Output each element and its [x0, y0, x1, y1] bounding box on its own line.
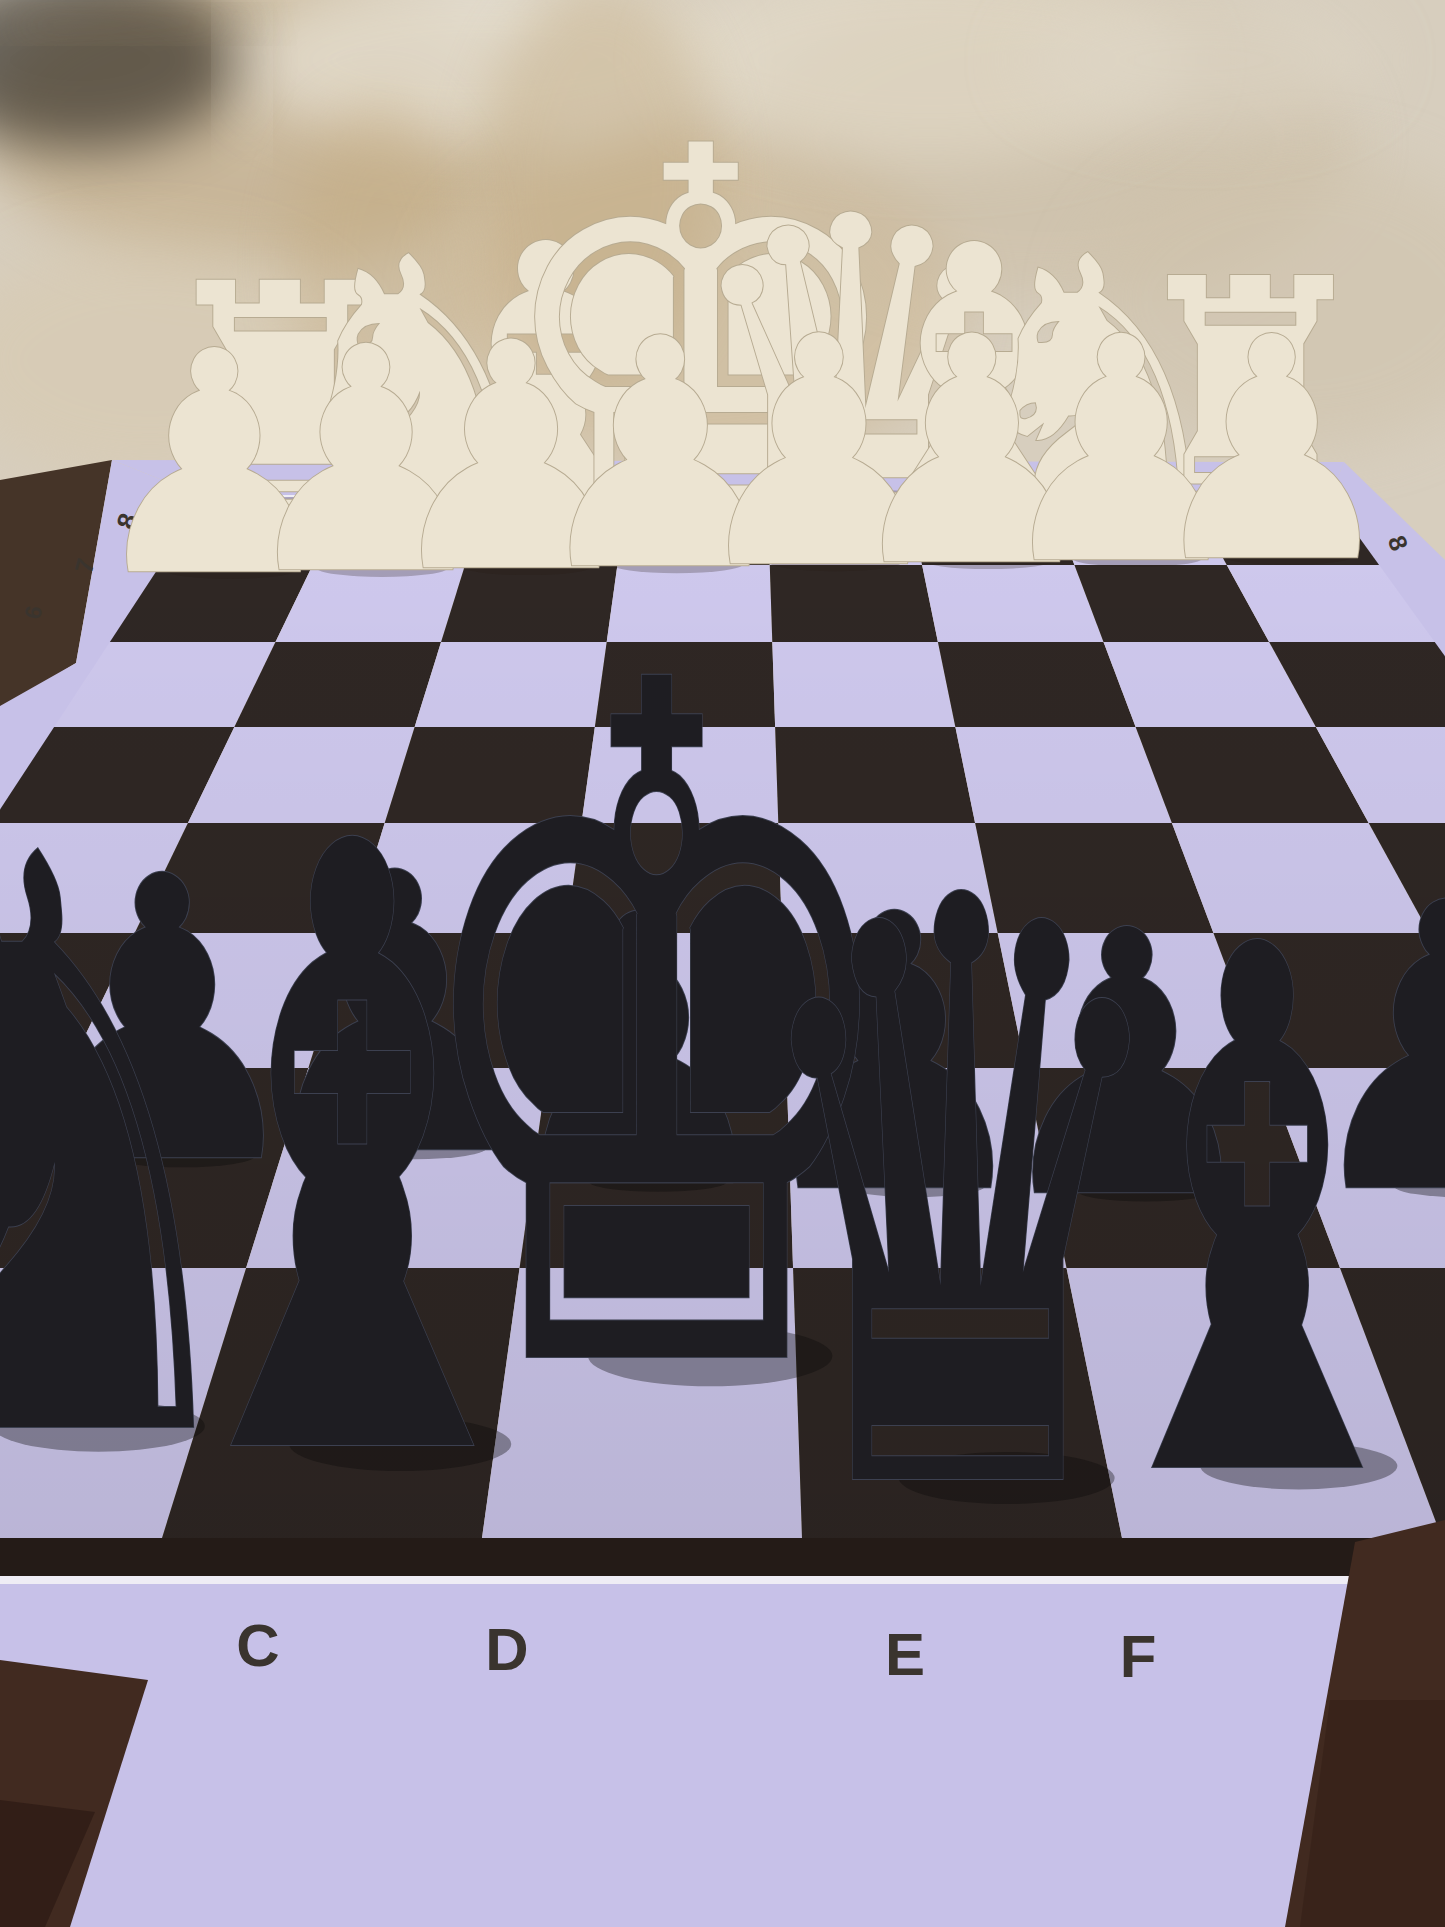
chessboard-svg: CDEF8768GH♜♞♝♚♛♝♞♜♟♟♟♟♟♟♟♟♟♟♟♟♟♟♞♝♚♛♝ — [0, 0, 1445, 1927]
piece-black-bishop-f1[interactable]: ♝ — [1056, 796, 1445, 1637]
chess-photo-scene: chess RNBKQBNR/PPPPPPPP/8/8/8/8/pppppppp… — [0, 0, 1445, 1927]
piece-white-pawn-h7[interactable]: ♟ — [1141, 272, 1402, 630]
pieces: ♜♞♝♚♛♝♞♜♟♟♟♟♟♟♟♟♟♟♟♟♟♟♞♝♚♛♝ — [0, 44, 1445, 1669]
